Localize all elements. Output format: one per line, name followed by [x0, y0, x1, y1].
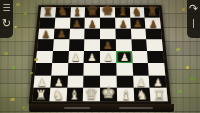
square-a8[interactable]: ♜	[40, 7, 56, 17]
square-h7[interactable]: ♟	[145, 18, 161, 29]
square-a3[interactable]	[35, 63, 52, 75]
square-h5[interactable]	[146, 39, 163, 51]
square-g3[interactable]	[132, 63, 149, 75]
piece-black-pawn[interactable]: ♟	[88, 19, 97, 29]
square-f4[interactable]: ♟	[116, 51, 132, 63]
square-a7[interactable]	[39, 18, 55, 29]
piece-black-pawn[interactable]: ♟	[73, 19, 82, 29]
square-h3[interactable]	[148, 63, 165, 75]
square-g4[interactable]	[132, 51, 149, 63]
piece-white-pawn[interactable]: ♟	[103, 53, 112, 63]
piece-black-knight[interactable]: ♞	[132, 6, 142, 17]
square-e5[interactable]: ♟	[100, 39, 116, 51]
piece-black-rook[interactable]: ♜	[43, 6, 53, 17]
square-b2[interactable]: ♟	[50, 75, 67, 88]
square-c7[interactable]: ♟	[70, 18, 85, 29]
square-e8[interactable]: ♚	[100, 7, 115, 17]
piece-black-queen[interactable]: ♛	[87, 4, 99, 17]
chess-board: ♜♞♝♛♚♝♞♜♟♟♟♟♟♟♟♟♟♟♟♟♟♟♟♟♜♞♝♛♚♝♞♜	[29, 5, 171, 104]
square-d1[interactable]: ♛	[83, 88, 100, 101]
square-c3[interactable]	[67, 63, 84, 75]
menu-icon: ☰	[2, 4, 10, 13]
piece-white-bishop[interactable]: ♝	[120, 88, 132, 101]
piece-white-rook[interactable]: ♜	[154, 88, 166, 101]
square-a5[interactable]	[37, 39, 54, 51]
square-b8[interactable]: ♞	[55, 7, 70, 17]
rotate-icon: ↻	[2, 18, 11, 29]
square-e7[interactable]	[100, 18, 115, 29]
square-b3[interactable]	[51, 63, 68, 75]
square-h4[interactable]	[147, 51, 164, 63]
chess-app-screen: ♜♞♝♛♚♝♞♜♟♟♟♟♟♟♟♟♟♟♟♟♟♟♟♟♜♞♝♛♚♝♞♜ ☰ ↻ ↷ |	[0, 0, 200, 113]
square-h2[interactable]: ♟	[149, 75, 167, 88]
redo-icon: ↷	[189, 3, 198, 14]
piece-white-bishop[interactable]: ♝	[69, 88, 81, 101]
rotate-board-button[interactable]: ↻	[1, 17, 12, 29]
square-d4[interactable]: ♟	[84, 51, 100, 63]
square-a2[interactable]: ♟	[33, 75, 51, 88]
leaf-decoration	[14, 26, 17, 28]
square-b4[interactable]	[52, 51, 69, 63]
square-c2[interactable]	[67, 75, 84, 88]
leaf-decoration	[12, 66, 15, 69]
piece-white-king[interactable]: ♚	[101, 85, 115, 101]
leaf-decoration	[4, 52, 8, 55]
piece-white-knight[interactable]: ♞	[137, 88, 149, 101]
square-c4[interactable]: ♟	[68, 51, 84, 63]
square-g5[interactable]	[131, 39, 147, 51]
piece-white-pawn[interactable]: ♟	[87, 53, 96, 63]
square-b6[interactable]: ♟	[54, 28, 70, 39]
square-c8[interactable]: ♝	[70, 7, 85, 17]
leaf-decoration	[178, 90, 182, 93]
front-edge-marking	[119, 107, 153, 109]
leaf-decoration	[16, 3, 20, 6]
square-h8[interactable]: ♜	[144, 7, 160, 17]
square-f7[interactable]: ♟	[115, 18, 130, 29]
panel-handle-button[interactable]: |	[188, 17, 199, 29]
redo-button[interactable]: ↷	[188, 2, 199, 14]
piece-black-pawn[interactable]: ♟	[149, 19, 158, 29]
piece-black-pawn[interactable]: ♟	[57, 30, 66, 40]
square-f5[interactable]	[115, 39, 131, 51]
piece-black-pawn[interactable]: ♟	[103, 41, 112, 51]
square-h1[interactable]: ♜	[150, 88, 168, 101]
square-f6[interactable]	[115, 28, 131, 39]
square-c5[interactable]	[69, 39, 85, 51]
square-g7[interactable]: ♟	[130, 18, 146, 29]
square-a1[interactable]: ♜	[32, 88, 50, 101]
square-d7[interactable]: ♟	[85, 18, 100, 29]
square-b1[interactable]: ♞	[49, 88, 67, 101]
square-e4[interactable]: ♟	[100, 51, 116, 63]
piece-white-pawn[interactable]: ♟	[71, 53, 80, 63]
leaf-decoration	[182, 8, 185, 11]
piece-black-bishop[interactable]: ♝	[117, 6, 127, 17]
piece-black-pawn[interactable]: ♟	[118, 19, 127, 29]
leaf-decoration	[190, 77, 195, 81]
board-grid: ♜♞♝♛♚♝♞♜♟♟♟♟♟♟♟♟♟♟♟♟♟♟♟♟♜♞♝♛♚♝♞♜	[29, 5, 171, 104]
leaf-decoration	[30, 72, 33, 74]
square-c1[interactable]: ♝	[66, 88, 83, 101]
square-b7[interactable]	[54, 18, 70, 29]
square-d5[interactable]	[84, 39, 100, 51]
piece-white-queen[interactable]: ♛	[85, 86, 99, 101]
vertical-bar-icon: |	[192, 19, 195, 28]
square-b5[interactable]	[53, 39, 69, 51]
square-g2[interactable]: ♟	[133, 75, 150, 88]
square-f2[interactable]	[116, 75, 133, 88]
square-c6[interactable]	[69, 28, 85, 39]
piece-black-king[interactable]: ♚	[101, 3, 114, 17]
square-g1[interactable]: ♞	[133, 88, 151, 101]
piece-white-pawn[interactable]: ♟	[119, 53, 128, 63]
board-front-edge	[29, 104, 174, 112]
square-f3[interactable]	[116, 63, 133, 75]
leaf-decoration	[186, 66, 189, 69]
piece-black-knight[interactable]: ♞	[57, 6, 67, 17]
piece-black-pawn[interactable]: ♟	[134, 19, 143, 29]
right-toolbar: ↷ |	[187, 0, 200, 38]
front-edge-marking	[64, 107, 90, 109]
square-g6[interactable]	[130, 28, 146, 39]
square-f1[interactable]: ♝	[117, 88, 134, 101]
piece-black-rook[interactable]: ♜	[147, 6, 157, 17]
piece-black-pawn[interactable]: ♟	[41, 30, 50, 40]
square-e3[interactable]	[100, 63, 116, 75]
leaf-decoration	[10, 98, 15, 101]
menu-button[interactable]: ☰	[1, 2, 12, 14]
square-d3[interactable]	[84, 63, 100, 75]
square-d6[interactable]	[85, 28, 100, 39]
square-f8[interactable]: ♝	[115, 7, 130, 17]
square-g8[interactable]: ♞	[129, 7, 144, 17]
piece-white-rook[interactable]: ♜	[35, 88, 47, 101]
piece-white-knight[interactable]: ♞	[52, 88, 64, 101]
square-e1[interactable]: ♚	[100, 88, 117, 101]
left-toolbar: ☰ ↻	[0, 0, 13, 38]
piece-black-bishop[interactable]: ♝	[72, 6, 82, 17]
square-a6[interactable]: ♟	[38, 28, 54, 39]
square-e6[interactable]	[100, 28, 115, 39]
square-a4[interactable]	[36, 51, 53, 63]
square-d8[interactable]: ♛	[85, 7, 100, 17]
square-h6[interactable]	[146, 28, 162, 39]
